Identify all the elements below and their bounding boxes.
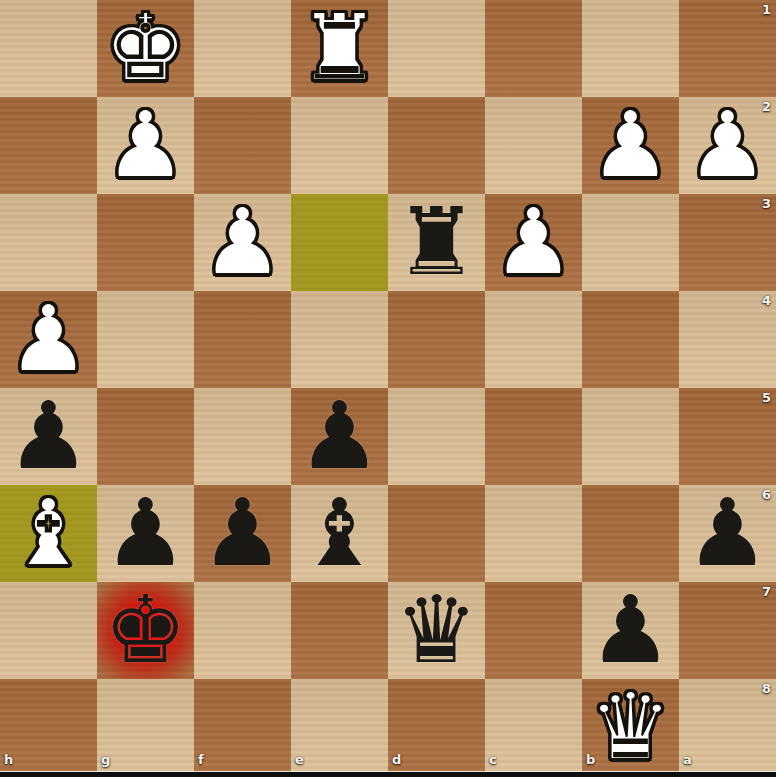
piece-black-queen[interactable]: ♛ xyxy=(388,582,485,679)
square-f5[interactable] xyxy=(194,388,291,485)
piece-white-rook[interactable]: ♜ xyxy=(291,0,388,97)
square-d3[interactable]: ♜ xyxy=(388,194,485,291)
piece-white-pawn[interactable]: ♟ xyxy=(582,97,679,194)
window-edge-bar xyxy=(0,772,776,777)
square-c7[interactable] xyxy=(485,582,582,679)
square-c2[interactable] xyxy=(485,97,582,194)
piece-black-pawn[interactable]: ♟ xyxy=(291,388,388,485)
square-c5[interactable] xyxy=(485,388,582,485)
square-d4[interactable] xyxy=(388,291,485,388)
piece-white-pawn[interactable]: ♟ xyxy=(0,291,97,388)
piece-white-pawn[interactable]: ♟ xyxy=(485,194,582,291)
file-label-h: h xyxy=(4,752,13,767)
piece-black-bishop[interactable]: ♝ xyxy=(291,485,388,582)
file-label-d: d xyxy=(392,752,401,767)
square-e2[interactable] xyxy=(291,97,388,194)
square-h1[interactable] xyxy=(0,0,97,97)
square-g6[interactable]: ♟ xyxy=(97,485,194,582)
square-a1[interactable]: 1 xyxy=(679,0,776,97)
square-b6[interactable] xyxy=(582,485,679,582)
square-e5[interactable]: ♟ xyxy=(291,388,388,485)
square-d2[interactable] xyxy=(388,97,485,194)
square-h2[interactable] xyxy=(0,97,97,194)
square-c8[interactable]: c xyxy=(485,679,582,776)
square-e8[interactable]: e xyxy=(291,679,388,776)
square-c6[interactable] xyxy=(485,485,582,582)
chess-board: ♚♜1♟♟♟2♟♜♟3♟4♟♟5♝♟♟♝♟6♚♛♟7hgfedc♛b8a xyxy=(0,0,776,776)
piece-black-pawn[interactable]: ♟ xyxy=(194,485,291,582)
file-label-c: c xyxy=(489,752,497,767)
piece-black-pawn[interactable]: ♟ xyxy=(582,582,679,679)
piece-white-pawn[interactable]: ♟ xyxy=(194,194,291,291)
file-label-e: e xyxy=(295,752,304,767)
square-b3[interactable] xyxy=(582,194,679,291)
square-g8[interactable]: g xyxy=(97,679,194,776)
piece-white-pawn[interactable]: ♟ xyxy=(679,97,776,194)
file-label-f: f xyxy=(198,752,204,767)
square-b5[interactable] xyxy=(582,388,679,485)
square-h3[interactable] xyxy=(0,194,97,291)
piece-white-king[interactable]: ♚ xyxy=(97,0,194,97)
square-d7[interactable]: ♛ xyxy=(388,582,485,679)
square-f6[interactable]: ♟ xyxy=(194,485,291,582)
square-b8[interactable]: ♛b xyxy=(582,679,679,776)
rank-label-1: 1 xyxy=(762,2,771,17)
square-a7[interactable]: 7 xyxy=(679,582,776,679)
square-h6[interactable]: ♝ xyxy=(0,485,97,582)
square-f8[interactable]: f xyxy=(194,679,291,776)
piece-white-pawn[interactable]: ♟ xyxy=(97,97,194,194)
square-b7[interactable]: ♟ xyxy=(582,582,679,679)
square-e3[interactable] xyxy=(291,194,388,291)
square-a4[interactable]: 4 xyxy=(679,291,776,388)
square-c3[interactable]: ♟ xyxy=(485,194,582,291)
square-f1[interactable] xyxy=(194,0,291,97)
square-c4[interactable] xyxy=(485,291,582,388)
square-a2[interactable]: ♟2 xyxy=(679,97,776,194)
piece-white-bishop[interactable]: ♝ xyxy=(0,485,97,582)
square-e7[interactable] xyxy=(291,582,388,679)
rank-label-5: 5 xyxy=(762,390,771,405)
square-b2[interactable]: ♟ xyxy=(582,97,679,194)
rank-label-8: 8 xyxy=(762,681,771,696)
square-a6[interactable]: ♟6 xyxy=(679,485,776,582)
square-d5[interactable] xyxy=(388,388,485,485)
square-h5[interactable]: ♟ xyxy=(0,388,97,485)
file-label-a: a xyxy=(683,752,692,767)
square-g7[interactable]: ♚ xyxy=(97,582,194,679)
square-d1[interactable] xyxy=(388,0,485,97)
piece-black-king[interactable]: ♚ xyxy=(97,582,194,679)
square-g5[interactable] xyxy=(97,388,194,485)
square-e1[interactable]: ♜ xyxy=(291,0,388,97)
square-h8[interactable]: h xyxy=(0,679,97,776)
square-b1[interactable] xyxy=(582,0,679,97)
square-e6[interactable]: ♝ xyxy=(291,485,388,582)
square-g1[interactable]: ♚ xyxy=(97,0,194,97)
square-c1[interactable] xyxy=(485,0,582,97)
square-h7[interactable] xyxy=(0,582,97,679)
square-b4[interactable] xyxy=(582,291,679,388)
piece-black-pawn[interactable]: ♟ xyxy=(97,485,194,582)
square-g2[interactable]: ♟ xyxy=(97,97,194,194)
square-f2[interactable] xyxy=(194,97,291,194)
file-label-g: g xyxy=(101,752,110,767)
square-f3[interactable]: ♟ xyxy=(194,194,291,291)
chess-board-container: ♚♜1♟♟♟2♟♜♟3♟4♟♟5♝♟♟♝♟6♚♛♟7hgfedc♛b8a xyxy=(0,0,776,777)
piece-black-pawn[interactable]: ♟ xyxy=(0,388,97,485)
square-f7[interactable] xyxy=(194,582,291,679)
square-g4[interactable] xyxy=(97,291,194,388)
square-f4[interactable] xyxy=(194,291,291,388)
rank-label-4: 4 xyxy=(762,293,771,308)
square-e4[interactable] xyxy=(291,291,388,388)
piece-black-rook[interactable]: ♜ xyxy=(388,194,485,291)
square-a8[interactable]: 8a xyxy=(679,679,776,776)
square-g3[interactable] xyxy=(97,194,194,291)
square-h4[interactable]: ♟ xyxy=(0,291,97,388)
square-d8[interactable]: d xyxy=(388,679,485,776)
piece-white-queen[interactable]: ♛ xyxy=(582,679,679,776)
square-a3[interactable]: 3 xyxy=(679,194,776,291)
square-a5[interactable]: 5 xyxy=(679,388,776,485)
square-d6[interactable] xyxy=(388,485,485,582)
piece-black-pawn[interactable]: ♟ xyxy=(679,485,776,582)
